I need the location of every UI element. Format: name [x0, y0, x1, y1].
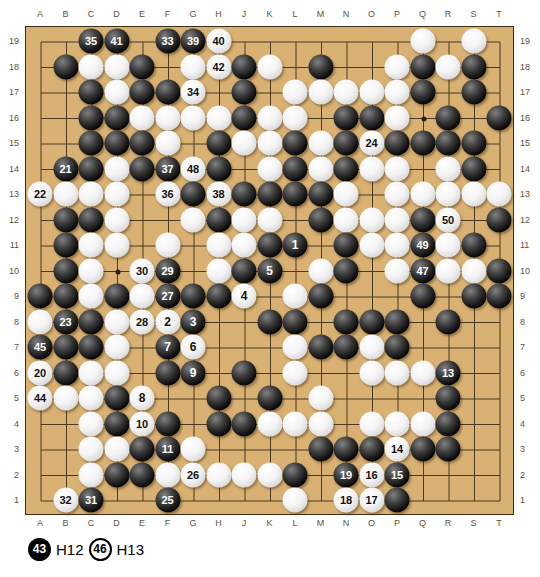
stone-Q11: 49 — [410, 233, 435, 258]
coord-label-top-B: B — [58, 9, 74, 19]
stone-Q12 — [410, 207, 435, 232]
stone-D3 — [104, 437, 129, 462]
coord-label-left-4: 4 — [2, 419, 19, 429]
stone-Q3 — [410, 437, 435, 462]
stone-P2: 15 — [385, 462, 410, 487]
stone-H12 — [206, 207, 231, 232]
footer-move-46-coord: H13 — [117, 541, 145, 558]
coord-label-left-19: 19 — [2, 36, 19, 46]
stone-S10 — [461, 258, 486, 283]
stone-S17 — [461, 80, 486, 105]
coord-label-right-19: 19 — [520, 36, 537, 46]
coord-label-left-12: 12 — [2, 215, 19, 225]
stone-G2: 26 — [181, 462, 206, 487]
stone-J10 — [232, 258, 257, 283]
stone-J16 — [232, 105, 257, 130]
stone-F2 — [155, 462, 180, 487]
stone-D7 — [104, 335, 129, 360]
stone-E15 — [130, 131, 155, 156]
coord-label-right-11: 11 — [520, 240, 537, 250]
stone-O15: 24 — [359, 131, 384, 156]
stone-L1 — [283, 488, 308, 513]
stone-S18 — [461, 54, 486, 79]
stone-B6 — [53, 360, 78, 385]
stone-R18 — [436, 54, 461, 79]
stone-F11 — [155, 233, 180, 258]
stone-A8 — [28, 309, 53, 334]
stone-E14 — [130, 156, 155, 181]
stone-N14 — [334, 156, 359, 181]
stone-F16 — [155, 105, 180, 130]
stone-P11 — [385, 233, 410, 258]
coord-label-top-K: K — [262, 9, 278, 19]
stone-D17 — [104, 80, 129, 105]
stone-C9 — [79, 284, 104, 309]
stone-P13 — [385, 182, 410, 207]
stone-D6 — [104, 360, 129, 385]
star-point-Q16 — [421, 116, 426, 121]
stone-Q10: 47 — [410, 258, 435, 283]
stone-K4 — [257, 411, 282, 436]
footer-move-46-stone: 46 — [89, 538, 112, 561]
stone-D19: 41 — [104, 29, 129, 54]
stone-T12 — [487, 207, 512, 232]
stone-P1 — [385, 488, 410, 513]
stone-F3: 11 — [155, 437, 180, 462]
stone-E8: 28 — [130, 309, 155, 334]
stone-O7 — [359, 335, 384, 360]
stone-B5 — [53, 386, 78, 411]
coord-label-left-11: 11 — [2, 240, 19, 250]
stone-F4 — [155, 411, 180, 436]
stone-H11 — [206, 233, 231, 258]
stone-D2 — [104, 462, 129, 487]
stone-C19: 35 — [79, 29, 104, 54]
stone-J15 — [232, 131, 257, 156]
coord-label-right-5: 5 — [520, 393, 537, 403]
stone-R5 — [436, 386, 461, 411]
stone-C7 — [79, 335, 104, 360]
stone-L7 — [283, 335, 308, 360]
coord-label-bottom-G: G — [185, 518, 201, 528]
coord-label-top-H: H — [211, 9, 227, 19]
coord-label-left-8: 8 — [2, 317, 19, 327]
stone-E10: 30 — [130, 258, 155, 283]
stone-O16 — [359, 105, 384, 130]
stone-G12 — [181, 207, 206, 232]
coord-label-left-1: 1 — [2, 495, 19, 505]
stone-L11: 1 — [283, 233, 308, 258]
stone-M13 — [308, 182, 333, 207]
coord-label-right-7: 7 — [520, 342, 537, 352]
stone-L8 — [283, 309, 308, 334]
stone-P15 — [385, 131, 410, 156]
coord-label-bottom-M: M — [313, 518, 329, 528]
coord-label-right-15: 15 — [520, 138, 537, 148]
stone-A13: 22 — [28, 182, 53, 207]
stone-G3 — [181, 437, 206, 462]
stone-J12 — [232, 207, 257, 232]
stone-M10 — [308, 258, 333, 283]
coord-label-top-J: J — [236, 9, 252, 19]
stone-C17 — [79, 80, 104, 105]
stone-K5 — [257, 386, 282, 411]
stone-E18 — [130, 54, 155, 79]
stone-F8: 2 — [155, 309, 180, 334]
stone-K15 — [257, 131, 282, 156]
stone-M3 — [308, 437, 333, 462]
stone-M14 — [308, 156, 333, 181]
stone-N11 — [334, 233, 359, 258]
stone-E16 — [130, 105, 155, 130]
stone-S9 — [461, 284, 486, 309]
coord-label-left-17: 17 — [2, 87, 19, 97]
stone-H4 — [206, 411, 231, 436]
coord-label-bottom-N: N — [338, 518, 354, 528]
stone-Q9 — [410, 284, 435, 309]
stone-Q18 — [410, 54, 435, 79]
stone-O1: 17 — [359, 488, 384, 513]
stone-N3 — [334, 437, 359, 462]
stone-C2 — [79, 462, 104, 487]
stone-F13: 36 — [155, 182, 180, 207]
coord-label-right-16: 16 — [520, 113, 537, 123]
stone-R8 — [436, 309, 461, 334]
stone-R14 — [436, 156, 461, 181]
stone-P10 — [385, 258, 410, 283]
stone-F9: 27 — [155, 284, 180, 309]
stone-C14 — [79, 156, 104, 181]
stone-J11 — [232, 233, 257, 258]
stone-L6 — [283, 360, 308, 385]
stone-F19: 33 — [155, 29, 180, 54]
coord-label-right-2: 2 — [520, 470, 537, 480]
stone-O4 — [359, 411, 384, 436]
stone-G14: 48 — [181, 156, 206, 181]
stone-N7 — [334, 335, 359, 360]
coord-label-bottom-Q: Q — [415, 518, 431, 528]
stone-L15 — [283, 131, 308, 156]
stone-N17 — [334, 80, 359, 105]
stone-K14 — [257, 156, 282, 181]
stone-N8 — [334, 309, 359, 334]
stone-M4 — [308, 411, 333, 436]
coord-label-left-18: 18 — [2, 62, 19, 72]
stone-F10: 29 — [155, 258, 180, 283]
stone-T10 — [487, 258, 512, 283]
stone-M15 — [308, 131, 333, 156]
stone-R15 — [436, 131, 461, 156]
stone-C13 — [79, 182, 104, 207]
stone-O17 — [359, 80, 384, 105]
go-diagram: AABBCCDDEEFFGGHHJJKKLLMMNNOOPPQQRRSSTT19… — [0, 0, 540, 577]
stone-Q17 — [410, 80, 435, 105]
coord-label-top-P: P — [389, 9, 405, 19]
stone-D13 — [104, 182, 129, 207]
coord-label-top-L: L — [287, 9, 303, 19]
stone-H18: 42 — [206, 54, 231, 79]
coord-label-bottom-F: F — [160, 518, 176, 528]
stone-R10 — [436, 258, 461, 283]
coord-label-right-12: 12 — [520, 215, 537, 225]
coord-label-bottom-T: T — [491, 518, 507, 528]
stone-E17 — [130, 80, 155, 105]
stone-B8: 23 — [53, 309, 78, 334]
stone-P3: 14 — [385, 437, 410, 462]
stone-M18 — [308, 54, 333, 79]
stone-C15 — [79, 131, 104, 156]
stone-C16 — [79, 105, 104, 130]
stone-O11 — [359, 233, 384, 258]
stone-P7 — [385, 335, 410, 360]
coord-label-right-1: 1 — [520, 495, 537, 505]
stone-O2: 16 — [359, 462, 384, 487]
stone-R4 — [436, 411, 461, 436]
stone-F6 — [155, 360, 180, 385]
stone-P6 — [385, 360, 410, 385]
coord-label-top-S: S — [466, 9, 482, 19]
coord-label-bottom-K: K — [262, 518, 278, 528]
stone-K18 — [257, 54, 282, 79]
stone-H13: 38 — [206, 182, 231, 207]
stone-K16 — [257, 105, 282, 130]
stone-D5 — [104, 386, 129, 411]
coord-label-right-18: 18 — [520, 62, 537, 72]
coord-label-bottom-A: A — [32, 518, 48, 528]
stone-B11 — [53, 233, 78, 258]
coord-label-bottom-R: R — [440, 518, 456, 528]
coord-label-top-C: C — [83, 9, 99, 19]
stone-D16 — [104, 105, 129, 130]
stone-M5 — [308, 386, 333, 411]
coord-label-top-Q: Q — [415, 9, 431, 19]
stone-B12 — [53, 207, 78, 232]
stone-L13 — [283, 182, 308, 207]
coord-label-right-8: 8 — [520, 317, 537, 327]
coord-label-top-G: G — [185, 9, 201, 19]
stone-H15 — [206, 131, 231, 156]
stone-R16 — [436, 105, 461, 130]
stone-S19 — [461, 29, 486, 54]
footer-move-43-stone: 43 — [28, 538, 51, 561]
stone-G17: 34 — [181, 80, 206, 105]
stone-D15 — [104, 131, 129, 156]
stone-B18 — [53, 54, 78, 79]
stone-E4: 10 — [130, 411, 155, 436]
stone-S13 — [461, 182, 486, 207]
stone-P8 — [385, 309, 410, 334]
stone-E3 — [130, 437, 155, 462]
coord-label-bottom-H: H — [211, 518, 227, 528]
stone-H9 — [206, 284, 231, 309]
stone-J2 — [232, 462, 257, 487]
stone-H14 — [206, 156, 231, 181]
stone-B10 — [53, 258, 78, 283]
stone-P18 — [385, 54, 410, 79]
coord-label-right-4: 4 — [520, 419, 537, 429]
stone-D4 — [104, 411, 129, 436]
stone-L2 — [283, 462, 308, 487]
stone-O12 — [359, 207, 384, 232]
stone-K10: 5 — [257, 258, 282, 283]
stone-O8 — [359, 309, 384, 334]
stone-N1: 18 — [334, 488, 359, 513]
stone-D8 — [104, 309, 129, 334]
stone-G9 — [181, 284, 206, 309]
stone-T16 — [487, 105, 512, 130]
stone-Q6 — [410, 360, 435, 385]
stone-F15 — [155, 131, 180, 156]
stone-G13 — [181, 182, 206, 207]
stone-A9 — [28, 284, 53, 309]
stone-G19: 39 — [181, 29, 206, 54]
coord-label-left-14: 14 — [2, 164, 19, 174]
stone-A5: 44 — [28, 386, 53, 411]
coord-label-bottom-O: O — [364, 518, 380, 528]
stone-D12 — [104, 207, 129, 232]
stone-L4 — [283, 411, 308, 436]
stone-C11 — [79, 233, 104, 258]
stone-J18 — [232, 54, 257, 79]
stone-L9 — [283, 284, 308, 309]
coord-label-left-15: 15 — [2, 138, 19, 148]
stone-L16 — [283, 105, 308, 130]
stone-B7 — [53, 335, 78, 360]
stone-E9 — [130, 284, 155, 309]
stone-H16 — [206, 105, 231, 130]
stone-S14 — [461, 156, 486, 181]
stone-Q13 — [410, 182, 435, 207]
stone-P12 — [385, 207, 410, 232]
stone-R6: 13 — [436, 360, 461, 385]
star-point-D10 — [115, 269, 120, 274]
coord-label-left-2: 2 — [2, 470, 19, 480]
coord-label-bottom-E: E — [134, 518, 150, 528]
stone-Q15 — [410, 131, 435, 156]
stone-J6 — [232, 360, 257, 385]
coord-label-top-N: N — [338, 9, 354, 19]
stone-J4 — [232, 411, 257, 436]
coord-label-top-O: O — [364, 9, 380, 19]
stone-C6 — [79, 360, 104, 385]
stone-E5: 8 — [130, 386, 155, 411]
coord-label-bottom-J: J — [236, 518, 252, 528]
stone-F1: 25 — [155, 488, 180, 513]
stone-E2 — [130, 462, 155, 487]
stone-O3 — [359, 437, 384, 462]
coord-label-right-6: 6 — [520, 368, 537, 378]
stone-C12 — [79, 207, 104, 232]
coord-label-right-9: 9 — [520, 291, 537, 301]
stone-C4 — [79, 411, 104, 436]
stone-C8 — [79, 309, 104, 334]
stone-T13 — [487, 182, 512, 207]
stone-A7: 45 — [28, 335, 53, 360]
stone-B14: 21 — [53, 156, 78, 181]
stone-B13 — [53, 182, 78, 207]
stone-N2: 19 — [334, 462, 359, 487]
stone-Q4 — [410, 411, 435, 436]
stone-O14 — [359, 156, 384, 181]
coord-label-bottom-P: P — [389, 518, 405, 528]
stone-C1: 31 — [79, 488, 104, 513]
stone-H5 — [206, 386, 231, 411]
stone-G6: 9 — [181, 360, 206, 385]
stone-G18 — [181, 54, 206, 79]
stone-G8: 3 — [181, 309, 206, 334]
stone-J9: 4 — [232, 284, 257, 309]
stone-P4 — [385, 411, 410, 436]
stone-C18 — [79, 54, 104, 79]
stone-S11 — [461, 233, 486, 258]
coord-label-top-E: E — [134, 9, 150, 19]
stone-H10 — [206, 258, 231, 283]
stone-P16 — [385, 105, 410, 130]
coord-label-right-17: 17 — [520, 87, 537, 97]
stone-P14 — [385, 156, 410, 181]
stone-G7: 6 — [181, 335, 206, 360]
stone-N10 — [334, 258, 359, 283]
stone-D11 — [104, 233, 129, 258]
coord-label-top-T: T — [491, 9, 507, 19]
coord-label-bottom-B: B — [58, 518, 74, 528]
coord-label-top-A: A — [32, 9, 48, 19]
coord-label-bottom-S: S — [466, 518, 482, 528]
stone-K8 — [257, 309, 282, 334]
stone-B1: 32 — [53, 488, 78, 513]
stone-L14 — [283, 156, 308, 181]
stone-K12 — [257, 207, 282, 232]
coord-label-right-3: 3 — [520, 444, 537, 454]
stone-D18 — [104, 54, 129, 79]
stone-C5 — [79, 386, 104, 411]
stone-K2 — [257, 462, 282, 487]
stone-T9 — [487, 284, 512, 309]
coord-label-left-16: 16 — [2, 113, 19, 123]
stone-D14 — [104, 156, 129, 181]
coord-label-bottom-C: C — [83, 518, 99, 528]
coord-label-left-5: 5 — [2, 393, 19, 403]
stone-H19: 40 — [206, 29, 231, 54]
stone-K11 — [257, 233, 282, 258]
stone-M12 — [308, 207, 333, 232]
stone-G16 — [181, 105, 206, 130]
stone-R11 — [436, 233, 461, 258]
stone-R3 — [436, 437, 461, 462]
coord-label-left-6: 6 — [2, 368, 19, 378]
stone-H2 — [206, 462, 231, 487]
stone-Q19 — [410, 29, 435, 54]
stone-J13 — [232, 182, 257, 207]
coord-label-right-14: 14 — [520, 164, 537, 174]
stone-M17 — [308, 80, 333, 105]
stone-M9 — [308, 284, 333, 309]
footer-move-notes: 43 H12 46 H13 — [28, 537, 144, 562]
coord-label-right-10: 10 — [520, 266, 537, 276]
coord-label-top-R: R — [440, 9, 456, 19]
stone-C3 — [79, 437, 104, 462]
stone-A6: 20 — [28, 360, 53, 385]
coord-label-left-9: 9 — [2, 291, 19, 301]
stone-F7: 7 — [155, 335, 180, 360]
coord-label-left-7: 7 — [2, 342, 19, 352]
stone-B9 — [53, 284, 78, 309]
stone-N13 — [334, 182, 359, 207]
stone-D9 — [104, 284, 129, 309]
stone-J17 — [232, 80, 257, 105]
stone-F17 — [155, 80, 180, 105]
coord-label-top-D: D — [109, 9, 125, 19]
